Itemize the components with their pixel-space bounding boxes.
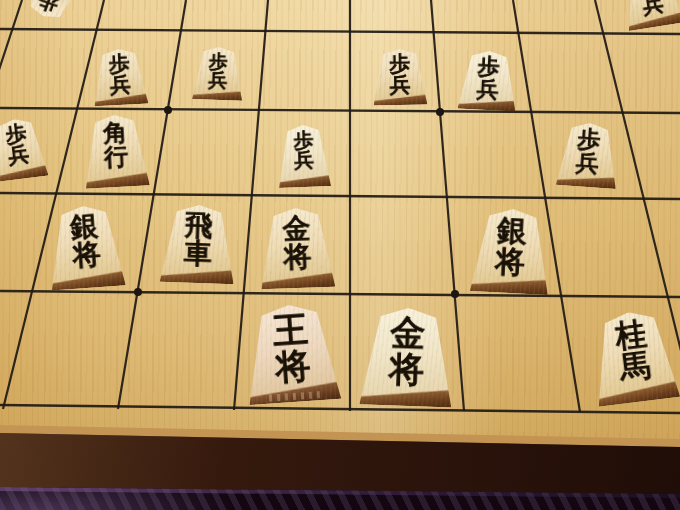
piece-kanji: 角行: [102, 120, 129, 170]
piece-ginsho[interactable]: 銀将: [470, 207, 552, 295]
piece-fuhyo[interactable]: 歩兵: [457, 49, 518, 111]
piece-kanji: 王将: [272, 312, 312, 386]
piece-ginsho[interactable]: 銀将: [46, 204, 126, 291]
piece-kanji: 桂馬: [614, 318, 652, 385]
piece-kanji: 歩兵: [36, 0, 69, 15]
maker-mark: [269, 390, 321, 400]
piece-kinsho[interactable]: 金将: [359, 306, 454, 407]
piece-kanji: 銀将: [70, 212, 102, 271]
piece-kanji: 金将: [388, 316, 425, 389]
piece-keima[interactable]: 桂馬: [588, 307, 680, 406]
piece-kanji: 歩兵: [108, 53, 131, 97]
piece-kinsho[interactable]: 金将: [259, 207, 336, 290]
piece-kanji: 歩兵: [575, 128, 601, 176]
piece-fuhyo[interactable]: 歩兵: [556, 121, 620, 189]
shogi-board-photo: 歩兵歩兵歩兵歩兵歩兵歩兵歩兵角行歩兵歩兵銀将飛車金将銀将王将金将桂馬: [0, 0, 680, 510]
piece-kanji: 歩兵: [476, 55, 500, 101]
piece-fuhyo[interactable]: 歩兵: [620, 0, 680, 31]
piece-hisha[interactable]: 飛車: [160, 204, 237, 285]
piece-kanji: 歩兵: [293, 129, 314, 170]
piece-kanji: 歩兵: [208, 51, 228, 90]
piece-kakugyo[interactable]: 角行: [82, 113, 150, 188]
pieces-layer: 歩兵歩兵歩兵歩兵歩兵歩兵歩兵角行歩兵歩兵銀将飛車金将銀将王将金将桂馬: [0, 0, 680, 510]
piece-kanji: 金将: [282, 214, 312, 272]
piece-fuhyo[interactable]: 歩兵: [192, 46, 244, 101]
piece-kanji: 歩兵: [638, 0, 665, 18]
piece-fuhyo[interactable]: 歩兵: [277, 124, 331, 188]
piece-fuhyo[interactable]: 歩兵: [92, 48, 149, 107]
piece-kanji: 歩兵: [389, 54, 411, 97]
piece-fuhyo[interactable]: 歩兵: [19, 0, 87, 25]
piece-kanji: 飛車: [183, 211, 213, 269]
piece-fuhyo[interactable]: 歩兵: [0, 116, 48, 182]
piece-kanji: 銀将: [495, 215, 528, 278]
piece-fuhyo[interactable]: 歩兵: [373, 49, 428, 106]
piece-osho[interactable]: 王将: [243, 301, 342, 404]
piece-kanji: 歩兵: [5, 123, 31, 168]
